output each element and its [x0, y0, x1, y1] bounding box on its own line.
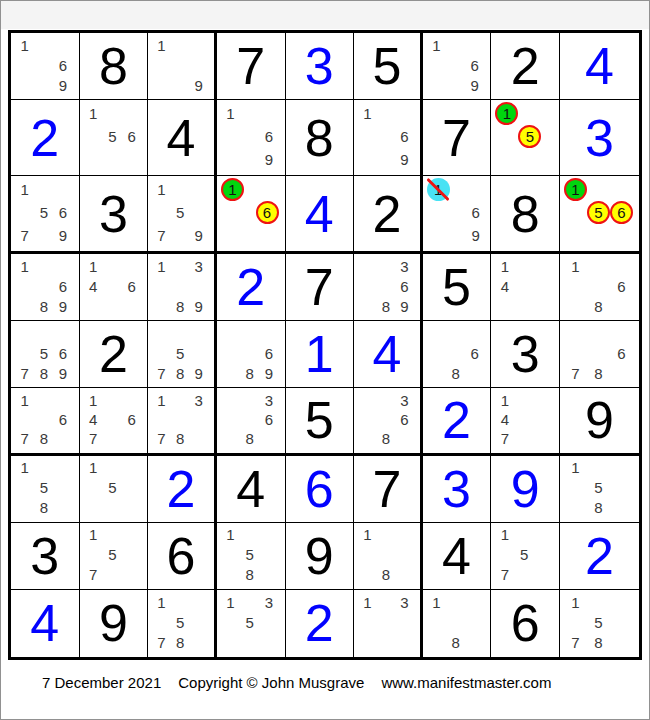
cell-r2c2: 156	[80, 100, 149, 176]
cell-r9c5: 2	[286, 590, 355, 657]
candidate-6: 6	[467, 201, 484, 224]
cell-r3c3: 1579	[148, 176, 217, 254]
candidate-6: 6	[53, 201, 72, 224]
cell-r4c5: 7	[286, 254, 355, 321]
cell-r1c6: 5	[354, 33, 423, 100]
candidate-3: 3	[259, 390, 278, 409]
candidate-6: 6	[395, 410, 414, 429]
candidate-1: 1	[427, 592, 446, 612]
candidate-1: 1	[495, 525, 514, 545]
candidate-5: 5	[103, 478, 122, 498]
candidate-1: 1	[152, 390, 171, 409]
cell-r2c9: 3	[560, 100, 639, 176]
candidate-8: 8	[240, 429, 259, 448]
cell-r1c1: 169	[11, 33, 80, 100]
candidate-1: 1	[495, 256, 514, 276]
candidate-3: 3	[189, 390, 208, 409]
top-margin-strip	[1, 1, 649, 29]
cell-r8c2: 157	[80, 523, 149, 590]
candidate-8: 8	[587, 498, 610, 518]
candidate-7: 7	[495, 429, 514, 448]
candidate-5-yellow-circle: 5	[587, 201, 610, 224]
candidate-7: 7	[152, 224, 171, 247]
cell-r3c1: 15679	[11, 176, 80, 254]
cell-r2c4: 169	[217, 100, 286, 176]
cell-r6c4: 368	[217, 388, 286, 455]
candidate-3: 3	[189, 256, 208, 276]
candidate-3: 3	[395, 256, 414, 276]
candidate-9: 9	[189, 75, 208, 95]
candidate-5: 5	[587, 612, 610, 632]
candidate-6: 6	[53, 343, 72, 363]
candidate-8: 8	[587, 363, 610, 383]
candidate-1: 1	[221, 592, 240, 612]
cell-r5c9: 678	[560, 321, 639, 388]
cell-r2c5: 8	[286, 100, 355, 176]
candidate-8: 8	[34, 429, 53, 448]
footer: 7 December 2021 Copyright © John Musgrav…	[42, 674, 551, 691]
candidate-5: 5	[171, 201, 190, 224]
candidate-5: 5	[240, 612, 259, 632]
candidate-5: 5	[515, 545, 534, 565]
cell-r1c9: 4	[560, 33, 639, 100]
cell-r3c4: 16	[217, 176, 286, 254]
candidate-8: 8	[446, 363, 465, 383]
candidate-5: 5	[34, 201, 53, 224]
cell-r4c3: 1389	[148, 254, 217, 321]
cell-r6c1: 1678	[11, 388, 80, 455]
candidate-1-green-circle: 1	[221, 178, 244, 201]
cell-r2c3: 4	[148, 100, 217, 176]
cell-r4c4: 2	[217, 254, 286, 321]
candidate-6: 6	[259, 125, 278, 148]
candidate-1: 1	[84, 102, 103, 125]
cell-r7c8: 9	[491, 456, 560, 523]
cell-r7c3: 2	[148, 456, 217, 523]
candidate-3: 3	[259, 592, 278, 612]
cell-r7c6: 7	[354, 456, 423, 523]
cell-r5c2: 2	[80, 321, 149, 388]
cell-r9c3: 1578	[148, 590, 217, 657]
candidate-6-yellow-circle: 6	[256, 201, 279, 224]
cell-r4c2: 146	[80, 254, 149, 321]
cell-r4c8: 14	[491, 254, 560, 321]
candidate-5: 5	[103, 545, 122, 565]
candidate-5-yellow-circle: 5	[518, 125, 541, 148]
candidate-1: 1	[564, 458, 587, 478]
cell-r9c8: 6	[491, 590, 560, 657]
cell-r8c1: 3	[11, 523, 80, 590]
candidate-1: 1	[15, 390, 34, 409]
cell-r6c5: 5	[286, 388, 355, 455]
cell-r7c9: 158	[560, 456, 639, 523]
candidate-1: 1	[152, 592, 171, 612]
cell-r3c2: 3	[80, 176, 149, 254]
candidate-1: 1	[221, 102, 240, 125]
candidate-1: 1	[84, 525, 103, 545]
candidate-1: 1	[15, 256, 34, 276]
candidate-3: 3	[395, 592, 414, 612]
candidate-8: 8	[377, 429, 396, 448]
cell-r1c5: 3	[286, 33, 355, 100]
candidate-6: 6	[395, 276, 414, 296]
candidate-8: 8	[240, 565, 259, 585]
candidate-8: 8	[171, 633, 190, 653]
candidate-1: 1	[84, 256, 103, 276]
cell-r6c8: 147	[491, 388, 560, 455]
candidate-6-yellow-circle: 6	[610, 201, 633, 224]
candidate-7: 7	[84, 565, 103, 585]
cell-r8c6: 18	[354, 523, 423, 590]
candidate-8: 8	[34, 296, 53, 316]
candidate-8: 8	[240, 363, 259, 383]
candidate-6: 6	[610, 343, 633, 363]
candidate-7: 7	[15, 429, 34, 448]
candidate-1: 1	[564, 592, 587, 612]
candidate-1: 1	[15, 458, 34, 478]
cell-r8c7: 4	[423, 523, 492, 590]
cell-r6c7: 2	[423, 388, 492, 455]
footer-copyright: Copyright © John Musgrave	[178, 674, 364, 691]
cell-r3c8: 8	[491, 176, 560, 254]
candidate-6: 6	[53, 410, 72, 429]
candidate-1: 1	[358, 592, 377, 612]
cell-r5c4: 689	[217, 321, 286, 388]
cell-r6c9: 9	[560, 388, 639, 455]
candidate-8: 8	[34, 363, 53, 383]
candidate-5: 5	[171, 612, 190, 632]
candidate-6: 6	[395, 125, 414, 148]
candidate-9: 9	[467, 224, 484, 247]
cell-r2c1: 2	[11, 100, 80, 176]
candidate-8: 8	[34, 498, 53, 518]
footer-date: 7 December 2021	[42, 674, 161, 691]
candidate-9: 9	[53, 296, 72, 316]
cell-r4c6: 3689	[354, 254, 423, 321]
cell-r2c6: 169	[354, 100, 423, 176]
candidate-4: 4	[84, 276, 103, 296]
page-canvas: 1698197351692421564169816971531567931579…	[0, 0, 650, 720]
candidate-1: 1	[358, 102, 377, 125]
cell-r5c8: 3	[491, 321, 560, 388]
cell-r1c4: 7	[217, 33, 286, 100]
cell-r8c3: 6	[148, 523, 217, 590]
candidate-1: 1	[152, 178, 171, 201]
cell-r4c1: 1689	[11, 254, 80, 321]
candidate-8: 8	[377, 565, 396, 585]
candidate-7: 7	[152, 633, 171, 653]
candidate-1: 1	[152, 256, 171, 276]
cell-r7c1: 158	[11, 456, 80, 523]
candidate-7: 7	[564, 633, 587, 653]
candidate-6: 6	[53, 55, 72, 75]
cell-r6c6: 368	[354, 388, 423, 455]
candidate-4: 4	[84, 410, 103, 429]
candidate-6: 6	[465, 343, 484, 363]
cell-r1c2: 8	[80, 33, 149, 100]
candidate-4: 4	[495, 410, 514, 429]
cell-r5c7: 68	[423, 321, 492, 388]
cell-r1c7: 169	[423, 33, 492, 100]
cell-r1c8: 2	[491, 33, 560, 100]
candidate-8: 8	[171, 363, 190, 383]
candidate-8: 8	[171, 296, 190, 316]
candidate-5: 5	[240, 545, 259, 565]
candidate-1-green-circle: 1	[495, 102, 518, 125]
cell-r3c7: 169	[423, 176, 492, 254]
cell-r7c7: 3	[423, 456, 492, 523]
cell-r4c9: 168	[560, 254, 639, 321]
candidate-1: 1	[84, 390, 103, 409]
candidate-9: 9	[465, 75, 484, 95]
candidate-6: 6	[259, 343, 278, 363]
cell-r7c4: 4	[217, 456, 286, 523]
candidate-7: 7	[152, 429, 171, 448]
cell-r7c2: 15	[80, 456, 149, 523]
candidate-9: 9	[259, 363, 278, 383]
cell-r9c2: 9	[80, 590, 149, 657]
candidate-5: 5	[34, 478, 53, 498]
cell-r6c2: 1467	[80, 388, 149, 455]
cell-r6c3: 1378	[148, 388, 217, 455]
candidate-1: 1	[358, 525, 377, 545]
cell-r2c7: 7	[423, 100, 492, 176]
cell-r8c4: 158	[217, 523, 286, 590]
candidate-1: 1	[427, 35, 446, 55]
cell-r9c7: 18	[423, 590, 492, 657]
cell-r2c8: 15	[491, 100, 560, 176]
candidate-1: 1	[15, 35, 34, 55]
candidate-1: 1	[221, 525, 240, 545]
cell-r9c1: 4	[11, 590, 80, 657]
candidate-1: 1	[152, 35, 171, 55]
candidate-1: 1	[15, 178, 34, 201]
candidate-9: 9	[189, 224, 208, 247]
cell-r3c6: 2	[354, 176, 423, 254]
cell-r1c3: 19	[148, 33, 217, 100]
cell-r8c9: 2	[560, 523, 639, 590]
cell-r5c3: 5789	[148, 321, 217, 388]
cell-r4c7: 5	[423, 254, 492, 321]
candidate-9: 9	[53, 224, 72, 247]
candidate-6: 6	[122, 410, 141, 429]
cell-r8c8: 157	[491, 523, 560, 590]
candidate-5: 5	[34, 343, 53, 363]
candidate-5: 5	[171, 343, 190, 363]
candidate-9: 9	[189, 363, 208, 383]
candidate-6: 6	[465, 55, 484, 75]
candidate-7: 7	[15, 363, 34, 383]
candidate-8: 8	[446, 633, 465, 653]
candidate-9: 9	[395, 148, 414, 171]
candidate-1: 1	[495, 390, 514, 409]
candidate-6: 6	[122, 276, 141, 296]
cell-r5c6: 4	[354, 321, 423, 388]
candidate-9: 9	[53, 363, 72, 383]
cell-r9c6: 13	[354, 590, 423, 657]
sudoku-board: 1698197351692421564169816971531567931579…	[8, 30, 642, 660]
candidate-7: 7	[15, 224, 34, 247]
cell-r3c5: 4	[286, 176, 355, 254]
candidate-8: 8	[171, 429, 190, 448]
candidate-5: 5	[587, 478, 610, 498]
candidate-7: 7	[152, 363, 171, 383]
candidate-9: 9	[259, 148, 278, 171]
candidate-6: 6	[122, 125, 141, 148]
candidate-8: 8	[377, 296, 396, 316]
candidate-8: 8	[587, 296, 610, 316]
candidate-6: 6	[53, 276, 72, 296]
cell-r9c9: 1578	[560, 590, 639, 657]
candidate-1-cyan-crossed: 1	[427, 178, 450, 201]
candidate-6: 6	[259, 410, 278, 429]
candidate-9: 9	[395, 296, 414, 316]
cell-r8c5: 9	[286, 523, 355, 590]
candidate-5: 5	[103, 125, 122, 148]
candidate-4: 4	[495, 276, 514, 296]
candidate-1: 1	[564, 256, 587, 276]
candidate-9: 9	[189, 296, 208, 316]
candidate-1: 1	[84, 458, 103, 478]
cell-r7c5: 6	[286, 456, 355, 523]
candidate-7: 7	[564, 363, 587, 383]
candidate-1-green-circle: 1	[564, 178, 587, 201]
candidate-9: 9	[53, 75, 72, 95]
cell-r3c9: 156	[560, 176, 639, 254]
cell-r5c1: 56789	[11, 321, 80, 388]
candidate-8: 8	[587, 633, 610, 653]
candidate-7: 7	[84, 429, 103, 448]
cell-r5c5: 1	[286, 321, 355, 388]
candidate-7: 7	[495, 565, 514, 585]
candidate-3: 3	[395, 390, 414, 409]
footer-website: www.manifestmaster.com	[381, 674, 551, 691]
candidate-6: 6	[610, 276, 633, 296]
cell-r9c4: 135	[217, 590, 286, 657]
